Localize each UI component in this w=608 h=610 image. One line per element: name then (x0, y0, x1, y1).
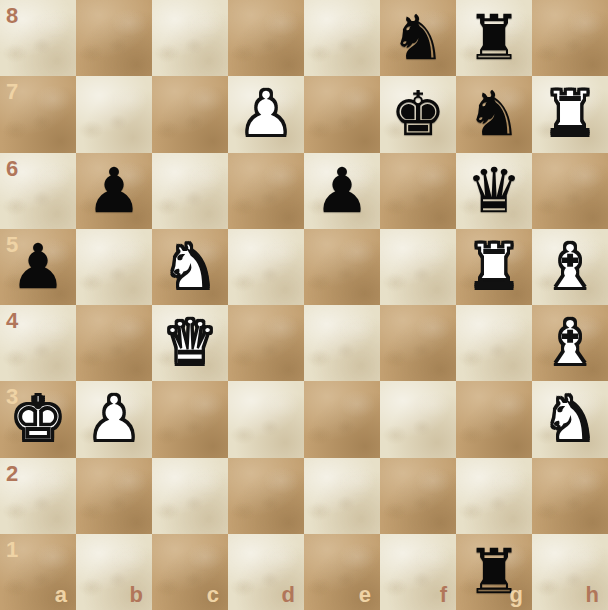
white-knight-c5[interactable]: ♞ (162, 236, 218, 298)
square-f3[interactable] (380, 381, 456, 457)
square-d3[interactable] (228, 381, 304, 457)
square-h2[interactable] (532, 458, 608, 534)
rank-label-4: 4 (6, 310, 18, 332)
white-king-a3[interactable]: ♚ (10, 388, 66, 450)
square-h5[interactable]: ♝ (532, 229, 608, 305)
square-a8[interactable]: 8 (0, 0, 76, 76)
square-f2[interactable] (380, 458, 456, 534)
square-f5[interactable] (380, 229, 456, 305)
square-b5[interactable] (76, 229, 152, 305)
square-g3[interactable] (456, 381, 532, 457)
square-h6[interactable] (532, 153, 608, 229)
square-d2[interactable] (228, 458, 304, 534)
black-rook-g8[interactable]: ♜ (466, 7, 522, 69)
square-a3[interactable]: 3♚ (0, 381, 76, 457)
square-d4[interactable] (228, 305, 304, 381)
square-h4[interactable]: ♝ (532, 305, 608, 381)
square-c7[interactable] (152, 76, 228, 152)
file-label-e: e (359, 584, 371, 606)
rank-label-2: 2 (6, 463, 18, 485)
file-label-b: b (130, 584, 143, 606)
square-f8[interactable]: ♞ (380, 0, 456, 76)
square-a6[interactable]: 6 (0, 153, 76, 229)
square-e8[interactable] (304, 0, 380, 76)
rank-label-7: 7 (6, 81, 18, 103)
square-f6[interactable] (380, 153, 456, 229)
square-a4[interactable]: 4 (0, 305, 76, 381)
square-e3[interactable] (304, 381, 380, 457)
black-king-f7[interactable]: ♚ (390, 83, 446, 145)
square-h3[interactable]: ♞ (532, 381, 608, 457)
square-h7[interactable]: ♜ (532, 76, 608, 152)
square-d1[interactable]: d (228, 534, 304, 610)
square-d7[interactable]: ♟ (228, 76, 304, 152)
square-b7[interactable] (76, 76, 152, 152)
square-e2[interactable] (304, 458, 380, 534)
square-a1[interactable]: 1a (0, 534, 76, 610)
square-a7[interactable]: 7 (0, 76, 76, 152)
square-b4[interactable] (76, 305, 152, 381)
white-bishop-h5[interactable]: ♝ (542, 236, 598, 298)
square-b1[interactable]: b (76, 534, 152, 610)
square-c1[interactable]: c (152, 534, 228, 610)
square-e7[interactable] (304, 76, 380, 152)
white-bishop-h4[interactable]: ♝ (542, 312, 598, 374)
square-g1[interactable]: g♜ (456, 534, 532, 610)
square-e4[interactable] (304, 305, 380, 381)
black-knight-f8[interactable]: ♞ (390, 7, 446, 69)
square-g4[interactable] (456, 305, 532, 381)
square-c2[interactable] (152, 458, 228, 534)
square-c5[interactable]: ♞ (152, 229, 228, 305)
square-e6[interactable]: ♟ (304, 153, 380, 229)
chess-board: 8♞♜7♟♚♞♜6♟♟♛5♟♞♜♝4♛♝3♚♟♞21abcdefg♜h (0, 0, 608, 610)
square-a5[interactable]: 5♟ (0, 229, 76, 305)
rank-label-1: 1 (6, 539, 18, 561)
square-b6[interactable]: ♟ (76, 153, 152, 229)
square-f1[interactable]: f (380, 534, 456, 610)
black-queen-g6[interactable]: ♛ (466, 160, 522, 222)
square-g5[interactable]: ♜ (456, 229, 532, 305)
file-label-c: c (207, 584, 219, 606)
white-pawn-d7[interactable]: ♟ (238, 83, 294, 145)
file-label-f: f (440, 584, 447, 606)
white-pawn-b3[interactable]: ♟ (86, 388, 142, 450)
square-d6[interactable] (228, 153, 304, 229)
rank-label-6: 6 (6, 158, 18, 180)
black-knight-g7[interactable]: ♞ (466, 83, 522, 145)
square-g2[interactable] (456, 458, 532, 534)
square-a2[interactable]: 2 (0, 458, 76, 534)
black-pawn-e6[interactable]: ♟ (314, 160, 370, 222)
white-rook-g5[interactable]: ♜ (466, 236, 522, 298)
square-h8[interactable] (532, 0, 608, 76)
file-label-h: h (586, 584, 599, 606)
file-label-a: a (55, 584, 67, 606)
square-g8[interactable]: ♜ (456, 0, 532, 76)
square-d8[interactable] (228, 0, 304, 76)
square-c8[interactable] (152, 0, 228, 76)
square-h1[interactable]: h (532, 534, 608, 610)
black-pawn-a5[interactable]: ♟ (10, 236, 66, 298)
square-f7[interactable]: ♚ (380, 76, 456, 152)
square-b3[interactable]: ♟ (76, 381, 152, 457)
square-g7[interactable]: ♞ (456, 76, 532, 152)
square-b8[interactable] (76, 0, 152, 76)
rank-label-8: 8 (6, 5, 18, 27)
file-label-d: d (282, 584, 295, 606)
square-f4[interactable] (380, 305, 456, 381)
square-g6[interactable]: ♛ (456, 153, 532, 229)
square-e1[interactable]: e (304, 534, 380, 610)
white-queen-c4[interactable]: ♛ (162, 312, 218, 374)
square-d5[interactable] (228, 229, 304, 305)
square-e5[interactable] (304, 229, 380, 305)
chess-board-wrapper: 8♞♜7♟♚♞♜6♟♟♛5♟♞♜♝4♛♝3♚♟♞21abcdefg♜h (0, 0, 608, 610)
black-rook-g1[interactable]: ♜ (466, 541, 522, 603)
square-c6[interactable] (152, 153, 228, 229)
square-b2[interactable] (76, 458, 152, 534)
square-c3[interactable] (152, 381, 228, 457)
black-pawn-b6[interactable]: ♟ (86, 160, 142, 222)
white-knight-h3[interactable]: ♞ (542, 388, 598, 450)
square-c4[interactable]: ♛ (152, 305, 228, 381)
white-rook-h7[interactable]: ♜ (542, 83, 598, 145)
